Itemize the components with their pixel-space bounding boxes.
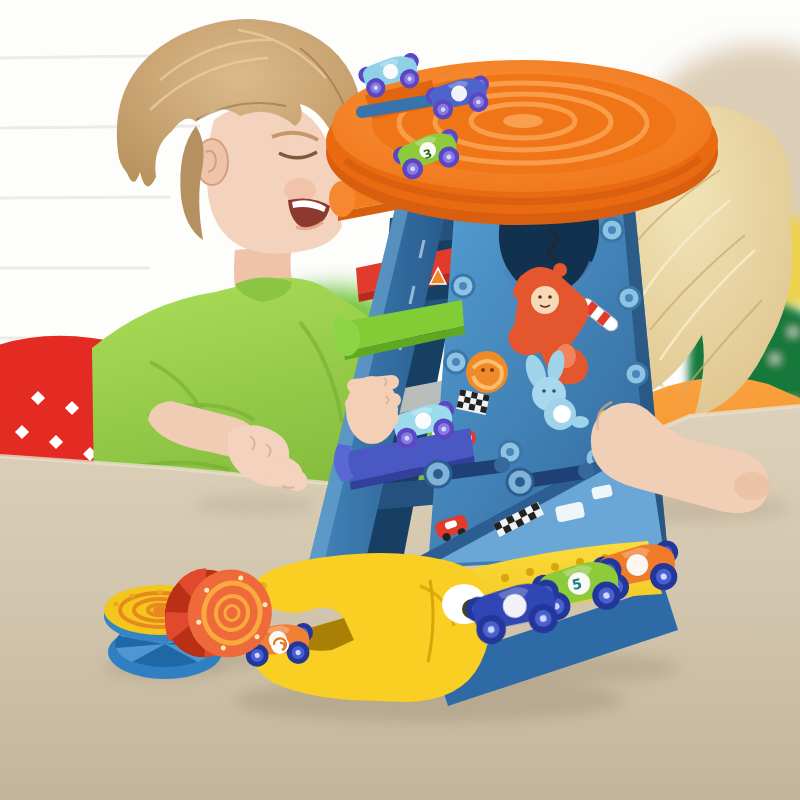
boy-hand-on-tower xyxy=(346,376,398,444)
boy-cheek xyxy=(284,178,316,202)
product-photo: 3 xyxy=(0,0,800,800)
sun-decal xyxy=(466,351,508,393)
photo-stage: 3 xyxy=(0,0,800,800)
toddler-elbow xyxy=(734,472,770,500)
